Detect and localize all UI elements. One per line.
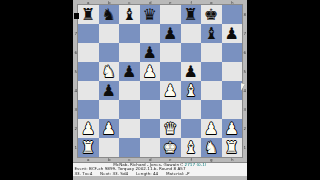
square-d3 [140, 100, 161, 119]
black-rook-f8: ♜ [181, 5, 202, 24]
file-label-b: b [104, 1, 113, 3]
rank-label-1: 1 [75, 143, 78, 152]
game-length: Length: 44 [136, 171, 158, 176]
square-c4 [119, 81, 140, 100]
rank-label-3: 3 [244, 105, 247, 114]
black-pawn-e7: ♟ [160, 24, 181, 43]
square-f1: ♝ [181, 138, 202, 157]
black-king-g8: ♚ [201, 5, 222, 24]
square-f3 [181, 100, 202, 119]
square-b6 [99, 43, 120, 62]
black-pawn-f5: ♟ [181, 62, 202, 81]
file-label-g: g [207, 158, 216, 160]
square-g1: ♞ [201, 138, 222, 157]
square-a6 [78, 43, 99, 62]
square-b8: ♞ [99, 5, 120, 24]
square-e1: ♚ [160, 138, 181, 157]
rank-label-4: 4 [75, 86, 78, 95]
square-h4 [222, 81, 243, 100]
white-bishop-f1: ♝ [181, 138, 202, 157]
square-e3 [160, 100, 181, 119]
square-e4: ♟ [160, 81, 181, 100]
square-d1 [140, 138, 161, 157]
file-label-c: c [125, 1, 134, 3]
square-g8: ♚ [201, 5, 222, 24]
white-pawn-a2: ♟ [78, 119, 99, 138]
white-knight-g1: ♞ [201, 138, 222, 157]
square-g4 [201, 81, 222, 100]
white-rook-a1: ♜ [78, 138, 99, 157]
white-pawn-e4: ♟ [160, 81, 181, 100]
white-knight-b5: ♞ [99, 62, 120, 81]
square-c5: ♟ [119, 62, 140, 81]
black-knight-b8: ♞ [99, 5, 120, 24]
square-d2 [140, 119, 161, 138]
square-g5 [201, 62, 222, 81]
square-f6 [181, 43, 202, 62]
white-pawn-h2: ♟ [222, 119, 243, 138]
rank-label-7: 7 [75, 29, 78, 38]
square-d7 [140, 24, 161, 43]
cursor-icon [241, 83, 245, 91]
square-c1 [119, 138, 140, 157]
black-pawn-h7: ♟ [222, 24, 243, 43]
file-label-a: a [84, 158, 93, 160]
square-b7 [99, 24, 120, 43]
file-label-e: e [166, 1, 175, 3]
square-h2: ♟ [222, 119, 243, 138]
square-b1 [99, 138, 120, 157]
file-label-g: g [207, 1, 216, 3]
square-e6 [160, 43, 181, 62]
white-pawn-g2: ♟ [201, 119, 222, 138]
square-h5 [222, 62, 243, 81]
black-queen-d8: ♛ [140, 5, 161, 24]
square-e7: ♟ [160, 24, 181, 43]
next-move: Next: 33. Sd4 [100, 171, 128, 176]
black-bishop-g7: ♝ [201, 24, 222, 43]
square-g2: ♟ [201, 119, 222, 138]
square-f5: ♟ [181, 62, 202, 81]
black-rook-a8: ♜ [78, 5, 99, 24]
black-pawn-d6: ♟ [140, 43, 161, 62]
square-b3 [99, 100, 120, 119]
square-b5: ♞ [99, 62, 120, 81]
square-h3 [222, 100, 243, 119]
chess-app-panel: abcdefgh 87654321 87654321 ♜♞♝♛♜♚♟♝♟♟♞♟♟… [73, 0, 247, 180]
square-f8: ♜ [181, 5, 202, 24]
rank-label-7: 7 [244, 29, 247, 38]
file-label-d: d [145, 158, 154, 160]
square-c8: ♝ [119, 5, 140, 24]
square-d8: ♛ [140, 5, 161, 24]
square-h7: ♟ [222, 24, 243, 43]
file-label-b: b [104, 158, 113, 160]
file-label-f: f [186, 158, 195, 160]
square-h8 [222, 5, 243, 24]
rank-label-5: 5 [244, 67, 247, 76]
game-info-bar: McNab, Richard - Jones, Gawain C 2717 (0… [73, 162, 247, 176]
file-label-a: a [84, 1, 93, 3]
current-move: 33. Txe4 [74, 171, 92, 176]
square-g6 [201, 43, 222, 62]
white-king-e1: ♚ [160, 138, 181, 157]
white-pawn-b2: ♟ [99, 119, 120, 138]
square-h1: ♜ [222, 138, 243, 157]
square-b2: ♟ [99, 119, 120, 138]
square-a2: ♟ [78, 119, 99, 138]
rank-label-6: 6 [75, 48, 78, 57]
video-frame: { "game": "chess", "position": { "fen": … [0, 0, 320, 180]
square-c6 [119, 43, 140, 62]
move-status-line: 33. Txe4 Next: 33. Sd4 Length: 44 Materi… [73, 172, 247, 176]
square-a5 [78, 62, 99, 81]
square-d4 [140, 81, 161, 100]
rank-label-3: 3 [75, 105, 78, 114]
square-h6 [222, 43, 243, 62]
square-a3 [78, 100, 99, 119]
board-frame: abcdefgh 87654321 87654321 ♜♞♝♛♜♚♟♝♟♟♞♟♟… [73, 0, 247, 162]
square-a8: ♜ [78, 5, 99, 24]
square-f4: ♝ [181, 81, 202, 100]
square-g7: ♝ [201, 24, 222, 43]
file-label-h: h [227, 158, 236, 160]
file-label-f: f [186, 1, 195, 3]
white-rook-h1: ♜ [222, 138, 243, 157]
square-a1: ♜ [78, 138, 99, 157]
black-pawn-c5: ♟ [119, 62, 140, 81]
square-g3 [201, 100, 222, 119]
rank-labels-right: 87654321 [242, 5, 247, 157]
black-pawn-b4: ♟ [99, 81, 120, 100]
file-label-d: d [145, 1, 154, 3]
rank-label-2: 2 [75, 124, 78, 133]
file-label-h: h [227, 1, 236, 3]
file-label-e: e [166, 158, 175, 160]
rank-label-6: 6 [244, 48, 247, 57]
black-bishop-c8: ♝ [119, 5, 140, 24]
white-bishop-f4: ♝ [181, 81, 202, 100]
square-f7 [181, 24, 202, 43]
square-d5: ♟ [140, 62, 161, 81]
square-a7 [78, 24, 99, 43]
side-to-move-indicator [74, 13, 79, 19]
square-a4 [78, 81, 99, 100]
square-e8 [160, 5, 181, 24]
square-b4: ♟ [99, 81, 120, 100]
square-c3 [119, 100, 140, 119]
square-c7 [119, 24, 140, 43]
material-balance: Material: -P [166, 171, 190, 176]
file-label-c: c [125, 158, 134, 160]
chess-board: ♜♞♝♛♜♚♟♝♟♟♞♟♟♟♟♟♝♟♟♛♟♟♜♚♝♞♜ [78, 5, 242, 157]
square-e5 [160, 62, 181, 81]
square-f2 [181, 119, 202, 138]
white-queen-e2: ♛ [160, 119, 181, 138]
square-e2: ♛ [160, 119, 181, 138]
square-c2 [119, 119, 140, 138]
rank-label-5: 5 [75, 67, 78, 76]
white-pawn-d5: ♟ [140, 62, 161, 81]
rank-label-1: 1 [244, 143, 247, 152]
rank-label-2: 2 [244, 124, 247, 133]
square-d6: ♟ [140, 43, 161, 62]
rank-label-8: 8 [244, 10, 247, 19]
